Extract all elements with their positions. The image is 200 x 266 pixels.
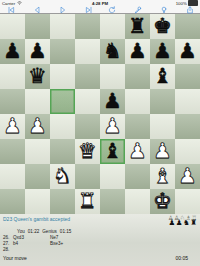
captured-black-piece: ♜ — [190, 220, 197, 225]
carrier-label: Carrier — [2, 1, 15, 6]
square-b7[interactable]: ♟ — [25, 39, 50, 64]
square-d4[interactable] — [75, 114, 100, 139]
captured-black-piece: ♟ — [176, 220, 183, 225]
black-pawn: ♟ — [175, 39, 200, 64]
square-h7[interactable]: ♟ — [175, 39, 200, 64]
black-pawn: ♟ — [25, 39, 50, 64]
square-e4[interactable]: ♟ — [100, 114, 125, 139]
captured-black-pieces: ♟♟♞♜ — [168, 220, 197, 225]
square-e2[interactable] — [100, 164, 125, 189]
black-bishop: ♝ — [100, 139, 125, 164]
square-h1[interactable] — [175, 189, 200, 214]
square-h3[interactable] — [175, 139, 200, 164]
share-button[interactable] — [185, 6, 194, 14]
square-c1[interactable] — [50, 189, 75, 214]
white-rook: ♜ — [75, 189, 100, 214]
square-g2[interactable]: ♝ — [150, 164, 175, 189]
move-number: 28. — [3, 247, 13, 253]
square-e8[interactable] — [100, 14, 125, 39]
chess-board: ♜♚♟♟♞♟♟♟♛♝♟♟♟♟♛♝♟♟♞♝♟♜♚ — [0, 14, 200, 214]
white-knight: ♞ — [50, 164, 75, 189]
square-f7[interactable]: ♟ — [125, 39, 150, 64]
square-h2[interactable]: ♟ — [175, 164, 200, 189]
move-list[interactable]: 26.Qxd3Ne727.b4Bxe3+28. — [3, 235, 90, 254]
square-d5[interactable] — [75, 89, 100, 114]
square-b3[interactable] — [25, 139, 50, 164]
toolbar — [0, 6, 200, 14]
square-h8[interactable] — [175, 14, 200, 39]
player-clocks: You 01:22 Genius 01:15 — [17, 229, 71, 234]
rotate-button[interactable] — [107, 6, 116, 14]
square-d1[interactable]: ♜ — [75, 189, 100, 214]
white-queen: ♛ — [75, 139, 100, 164]
square-f5[interactable] — [125, 89, 150, 114]
square-c4[interactable] — [50, 114, 75, 139]
square-a5[interactable] — [0, 89, 25, 114]
white-pawn: ♟ — [100, 114, 125, 139]
black-queen: ♛ — [25, 64, 50, 89]
square-g3[interactable]: ♟ — [150, 139, 175, 164]
chess-app-screen: Carrier 4:28 PM 100% — [0, 0, 200, 266]
black-knight: ♞ — [100, 39, 125, 64]
clock-time: 4:28 PM — [0, 1, 200, 6]
white-move — [13, 247, 50, 253]
square-b1[interactable] — [25, 189, 50, 214]
step-forward-icon — [59, 6, 67, 14]
rotate-icon — [108, 6, 116, 14]
square-g1[interactable]: ♚ — [150, 189, 175, 214]
square-g6[interactable]: ♝ — [150, 64, 175, 89]
black-rook: ♜ — [125, 14, 150, 39]
square-e6[interactable] — [100, 64, 125, 89]
square-d7[interactable] — [75, 39, 100, 64]
square-f4[interactable] — [125, 114, 150, 139]
move-row: 28. — [3, 247, 90, 253]
move-timer: 00:05 — [175, 255, 188, 261]
opening-name: D23 Queen's gambit accepted — [3, 216, 70, 222]
square-c8[interactable] — [50, 14, 75, 39]
square-a3[interactable] — [0, 139, 25, 164]
square-f8[interactable]: ♜ — [125, 14, 150, 39]
square-d8[interactable] — [75, 14, 100, 39]
info-panel: D23 Queen's gambit accepted ♙♙♘♗♖ ♟♟♞♜ Y… — [0, 214, 200, 266]
square-e7[interactable]: ♞ — [100, 39, 125, 64]
black-pawn: ♟ — [0, 39, 25, 64]
square-f6[interactable] — [125, 64, 150, 89]
skip-to-start-button[interactable] — [6, 6, 15, 14]
captured-pieces-tray: ♙♙♘♗♖ ♟♟♞♜ — [168, 215, 197, 225]
captured-black-piece: ♞ — [183, 220, 190, 225]
white-clock: 01:22 — [28, 229, 40, 234]
wifi-icon — [17, 1, 22, 5]
square-a4[interactable]: ♟ — [0, 114, 25, 139]
white-player-label: You — [17, 229, 25, 234]
square-a6[interactable] — [0, 64, 25, 89]
square-d2[interactable] — [75, 164, 100, 189]
square-b2[interactable] — [25, 164, 50, 189]
square-h6[interactable] — [175, 64, 200, 89]
square-a7[interactable]: ♟ — [0, 39, 25, 64]
square-g7[interactable]: ♟ — [150, 39, 175, 64]
captured-black-piece: ♟ — [169, 220, 176, 225]
white-bishop: ♝ — [150, 164, 175, 189]
wrench-icon — [134, 6, 142, 14]
square-f2[interactable] — [125, 164, 150, 189]
black-bishop: ♝ — [150, 64, 175, 89]
square-e3[interactable]: ♝ — [100, 139, 125, 164]
skip-to-start-icon — [7, 6, 15, 14]
tools-button[interactable] — [133, 6, 142, 14]
white-pawn: ♟ — [175, 164, 200, 189]
square-a8[interactable] — [0, 14, 25, 39]
square-g5[interactable] — [150, 89, 175, 114]
square-b4[interactable]: ♟ — [25, 114, 50, 139]
step-back-button[interactable] — [32, 6, 41, 14]
black-pawn: ♟ — [150, 39, 175, 64]
square-b8[interactable] — [25, 14, 50, 39]
square-c6[interactable] — [50, 64, 75, 89]
square-b6[interactable]: ♛ — [25, 64, 50, 89]
square-a1[interactable] — [0, 189, 25, 214]
square-g8[interactable]: ♚ — [150, 14, 175, 39]
white-king: ♚ — [150, 189, 175, 214]
square-c3[interactable] — [50, 139, 75, 164]
battery-percent: 100% — [176, 1, 187, 6]
battery-icon — [188, 0, 198, 6]
turn-status: Your move — [3, 255, 27, 261]
black-king: ♚ — [150, 14, 175, 39]
white-pawn: ♟ — [25, 114, 50, 139]
square-g4[interactable] — [150, 114, 175, 139]
square-h4[interactable] — [175, 114, 200, 139]
black-clock: 01:15 — [60, 229, 72, 234]
hint-button[interactable] — [159, 6, 168, 14]
white-pawn: ♟ — [0, 114, 25, 139]
black-move — [50, 247, 90, 253]
step-back-icon — [33, 6, 41, 14]
square-d6[interactable] — [75, 64, 100, 89]
black-pawn: ♟ — [100, 89, 125, 114]
square-e1[interactable] — [100, 189, 125, 214]
square-a2[interactable] — [0, 164, 25, 189]
top-chrome: Carrier 4:28 PM 100% — [0, 0, 200, 14]
white-pawn: ♟ — [125, 139, 150, 164]
black-pawn: ♟ — [125, 39, 150, 64]
square-d3[interactable]: ♛ — [75, 139, 100, 164]
share-icon — [186, 6, 194, 14]
step-forward-button[interactable] — [58, 6, 67, 14]
skip-to-end-icon — [85, 6, 93, 14]
lightbulb-icon — [160, 6, 168, 14]
black-player-label: Genius — [42, 229, 57, 234]
square-h5[interactable] — [175, 89, 200, 114]
square-c5[interactable] — [50, 89, 75, 114]
square-e5[interactable]: ♟ — [100, 89, 125, 114]
status-line: Your move 00:05 — [0, 255, 200, 261]
square-b5[interactable] — [25, 89, 50, 114]
square-c2[interactable]: ♞ — [50, 164, 75, 189]
skip-to-end-button[interactable] — [84, 6, 93, 14]
square-f1[interactable] — [125, 189, 150, 214]
square-c7[interactable] — [50, 39, 75, 64]
square-f3[interactable]: ♟ — [125, 139, 150, 164]
white-pawn: ♟ — [150, 139, 175, 164]
